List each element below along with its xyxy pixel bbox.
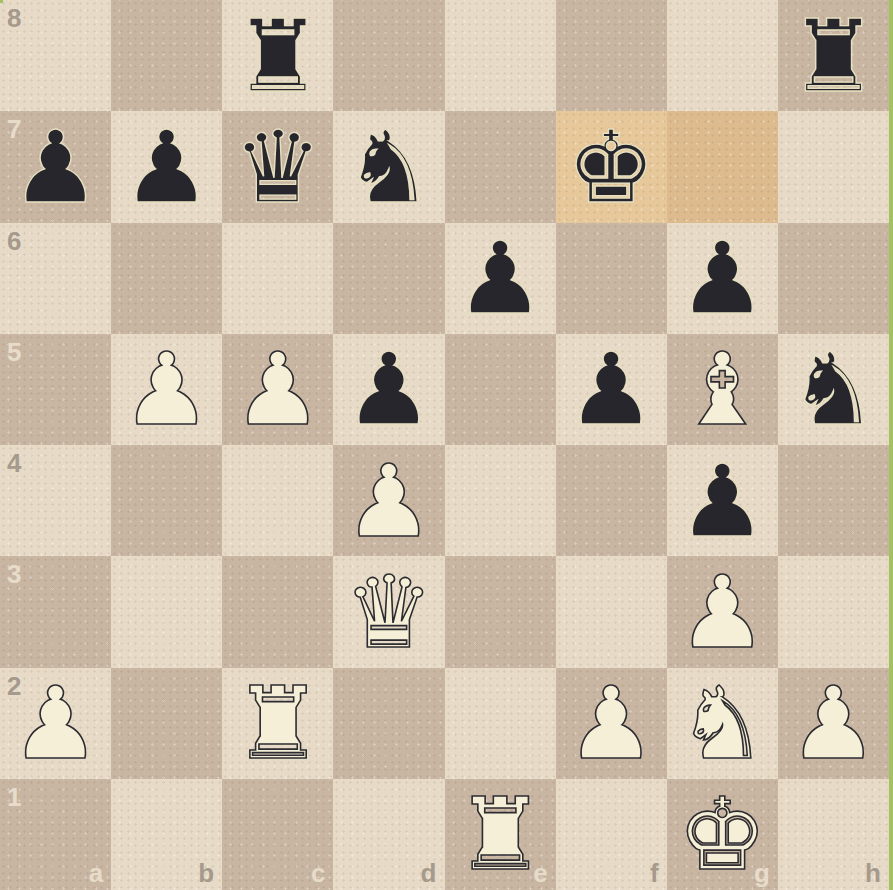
- square-f5[interactable]: ♟: [556, 334, 667, 445]
- square-e3[interactable]: [445, 556, 556, 667]
- rank-label-4: 4: [7, 450, 21, 476]
- rank-label-1: 1: [7, 784, 21, 810]
- black-pawn[interactable]: ♟: [455, 229, 545, 329]
- square-f2[interactable]: ♟: [556, 668, 667, 779]
- black-pawn[interactable]: ♟: [566, 340, 656, 440]
- file-label-b: b: [198, 860, 214, 886]
- square-g7[interactable]: [667, 111, 778, 222]
- square-b2[interactable]: [111, 668, 222, 779]
- black-rook[interactable]: ♜: [789, 7, 879, 107]
- square-h1[interactable]: h: [778, 779, 889, 890]
- square-f7[interactable]: ♚: [556, 111, 667, 222]
- square-a6[interactable]: 6: [0, 223, 111, 334]
- black-pawn[interactable]: ♟: [122, 118, 212, 218]
- black-pawn[interactable]: ♟: [11, 118, 101, 218]
- file-label-a: a: [89, 860, 103, 886]
- rank-label-5: 5: [7, 339, 21, 365]
- rank-label-6: 6: [7, 228, 21, 254]
- rank-label-8: 8: [7, 5, 21, 31]
- square-e6[interactable]: ♟: [445, 223, 556, 334]
- black-rook[interactable]: ♜: [233, 7, 323, 107]
- black-pawn[interactable]: ♟: [677, 452, 767, 552]
- square-f6[interactable]: [556, 223, 667, 334]
- square-g8[interactable]: [667, 0, 778, 111]
- square-c5[interactable]: ♟: [222, 334, 333, 445]
- square-h7[interactable]: [778, 111, 889, 222]
- white-pawn[interactable]: ♟: [122, 340, 212, 440]
- square-d8[interactable]: [333, 0, 444, 111]
- square-b4[interactable]: [111, 445, 222, 556]
- square-c1[interactable]: c: [222, 779, 333, 890]
- board: 8♜♜7♟♟♛♞♚6♟♟5♟♟♟♟♝♞4♟♟3♛♟2♟♜♟♞♟1abcde♜fg…: [0, 0, 889, 890]
- white-bishop[interactable]: ♝: [677, 340, 767, 440]
- square-e1[interactable]: e♜: [445, 779, 556, 890]
- white-knight[interactable]: ♞: [677, 674, 767, 774]
- white-rook[interactable]: ♜: [455, 785, 545, 885]
- file-label-c: c: [311, 860, 325, 886]
- square-a2[interactable]: 2♟: [0, 668, 111, 779]
- square-f3[interactable]: [556, 556, 667, 667]
- square-d2[interactable]: [333, 668, 444, 779]
- square-a4[interactable]: 4: [0, 445, 111, 556]
- black-king[interactable]: ♚: [566, 118, 656, 218]
- white-pawn[interactable]: ♟: [677, 563, 767, 663]
- square-d5[interactable]: ♟: [333, 334, 444, 445]
- square-a3[interactable]: 3: [0, 556, 111, 667]
- square-c6[interactable]: [222, 223, 333, 334]
- square-e8[interactable]: [445, 0, 556, 111]
- square-f8[interactable]: [556, 0, 667, 111]
- square-c8[interactable]: ♜: [222, 0, 333, 111]
- square-b8[interactable]: [111, 0, 222, 111]
- rank-label-3: 3: [7, 561, 21, 587]
- black-knight[interactable]: ♞: [789, 340, 879, 440]
- square-d1[interactable]: d: [333, 779, 444, 890]
- square-b7[interactable]: ♟: [111, 111, 222, 222]
- square-c3[interactable]: [222, 556, 333, 667]
- square-a5[interactable]: 5: [0, 334, 111, 445]
- white-pawn[interactable]: ♟: [233, 340, 323, 440]
- square-h6[interactable]: [778, 223, 889, 334]
- square-f1[interactable]: f: [556, 779, 667, 890]
- black-pawn[interactable]: ♟: [677, 229, 767, 329]
- background-edge-strip: [889, 0, 893, 890]
- white-pawn[interactable]: ♟: [566, 674, 656, 774]
- square-d3[interactable]: ♛: [333, 556, 444, 667]
- white-pawn[interactable]: ♟: [11, 674, 101, 774]
- square-c4[interactable]: [222, 445, 333, 556]
- square-g1[interactable]: g♚: [667, 779, 778, 890]
- square-f4[interactable]: [556, 445, 667, 556]
- white-king[interactable]: ♚: [677, 785, 767, 885]
- square-c2[interactable]: ♜: [222, 668, 333, 779]
- black-queen[interactable]: ♛: [233, 118, 323, 218]
- black-pawn[interactable]: ♟: [344, 340, 434, 440]
- black-knight[interactable]: ♞: [344, 118, 434, 218]
- white-rook[interactable]: ♜: [233, 674, 323, 774]
- square-h4[interactable]: [778, 445, 889, 556]
- square-e7[interactable]: [445, 111, 556, 222]
- square-e5[interactable]: [445, 334, 556, 445]
- square-a7[interactable]: 7♟: [0, 111, 111, 222]
- square-h2[interactable]: ♟: [778, 668, 889, 779]
- background-corner-speck: [0, 0, 3, 3]
- square-b5[interactable]: ♟: [111, 334, 222, 445]
- square-d6[interactable]: [333, 223, 444, 334]
- file-label-h: h: [865, 860, 881, 886]
- square-e2[interactable]: [445, 668, 556, 779]
- square-g2[interactable]: ♞: [667, 668, 778, 779]
- white-pawn[interactable]: ♟: [344, 452, 434, 552]
- square-h8[interactable]: ♜: [778, 0, 889, 111]
- file-label-f: f: [650, 860, 659, 886]
- white-queen[interactable]: ♛: [344, 563, 434, 663]
- square-d4[interactable]: ♟: [333, 445, 444, 556]
- square-d7[interactable]: ♞: [333, 111, 444, 222]
- square-b1[interactable]: b: [111, 779, 222, 890]
- square-h5[interactable]: ♞: [778, 334, 889, 445]
- square-c7[interactable]: ♛: [222, 111, 333, 222]
- square-g4[interactable]: ♟: [667, 445, 778, 556]
- white-pawn[interactable]: ♟: [789, 674, 879, 774]
- square-e4[interactable]: [445, 445, 556, 556]
- square-g5[interactable]: ♝: [667, 334, 778, 445]
- chess-board-stage: 8♜♜7♟♟♛♞♚6♟♟5♟♟♟♟♝♞4♟♟3♛♟2♟♜♟♞♟1abcde♜fg…: [0, 0, 893, 890]
- square-b3[interactable]: [111, 556, 222, 667]
- square-h3[interactable]: [778, 556, 889, 667]
- square-g3[interactable]: ♟: [667, 556, 778, 667]
- square-a8[interactable]: 8: [0, 0, 111, 111]
- file-label-d: d: [421, 860, 437, 886]
- square-b6[interactable]: [111, 223, 222, 334]
- square-g6[interactable]: ♟: [667, 223, 778, 334]
- square-a1[interactable]: 1a: [0, 779, 111, 890]
